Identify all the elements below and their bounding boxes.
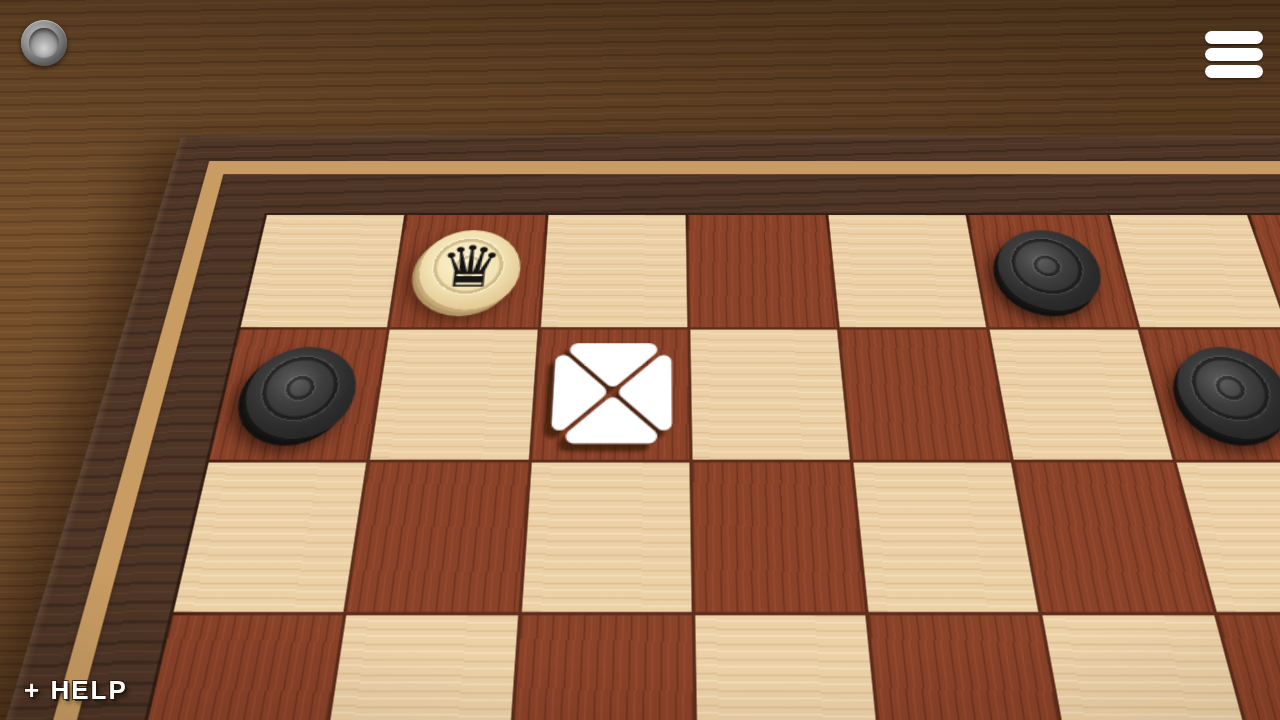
square-r2c2[interactable] bbox=[370, 330, 537, 459]
menu-bar bbox=[1205, 48, 1263, 61]
square-r3c3[interactable] bbox=[521, 462, 691, 612]
square-r4c5[interactable] bbox=[869, 615, 1072, 720]
menu-bar bbox=[1205, 31, 1263, 44]
square-r2c1[interactable] bbox=[210, 330, 387, 459]
square-r1c4[interactable] bbox=[688, 215, 837, 327]
square-r3c5[interactable] bbox=[853, 462, 1038, 612]
game-screen: ♛ + HELP bbox=[0, 0, 1280, 720]
crown-icon: ♛ bbox=[414, 230, 524, 310]
menu-button[interactable] bbox=[1205, 31, 1263, 78]
square-r1c1[interactable] bbox=[241, 215, 405, 327]
square-r1c7[interactable] bbox=[1109, 215, 1280, 327]
white-king-piece[interactable]: ♛ bbox=[414, 230, 524, 310]
square-r2c4[interactable] bbox=[690, 330, 850, 459]
help-button[interactable]: + HELP bbox=[24, 675, 128, 706]
square-r1c6[interactable] bbox=[969, 215, 1137, 327]
square-r3c1[interactable] bbox=[174, 462, 367, 612]
square-r1c3[interactable] bbox=[540, 215, 687, 327]
square-r4c4[interactable] bbox=[695, 615, 883, 720]
black-man-piece[interactable] bbox=[237, 347, 363, 439]
hamburger-icon bbox=[1205, 31, 1263, 78]
checkers-board: ♛ bbox=[0, 135, 1280, 720]
square-r1c5[interactable] bbox=[828, 215, 986, 327]
menu-bar bbox=[1205, 65, 1263, 78]
square-r2c3[interactable] bbox=[531, 330, 689, 459]
board-scene: ♛ bbox=[0, 0, 1280, 720]
black-man-piece[interactable] bbox=[992, 230, 1111, 310]
square-r3c4[interactable] bbox=[692, 462, 865, 612]
square-r3c2[interactable] bbox=[347, 462, 528, 612]
black-man-piece[interactable] bbox=[1166, 347, 1280, 439]
square-r2c5[interactable] bbox=[840, 330, 1011, 459]
corner-knob-button[interactable] bbox=[21, 20, 67, 66]
square-r4c2[interactable] bbox=[320, 615, 517, 720]
square-r1c2[interactable]: ♛ bbox=[390, 215, 545, 327]
move-indicator[interactable] bbox=[535, 332, 686, 456]
metal-knob-icon bbox=[29, 28, 59, 58]
square-r4c3[interactable] bbox=[509, 615, 694, 720]
